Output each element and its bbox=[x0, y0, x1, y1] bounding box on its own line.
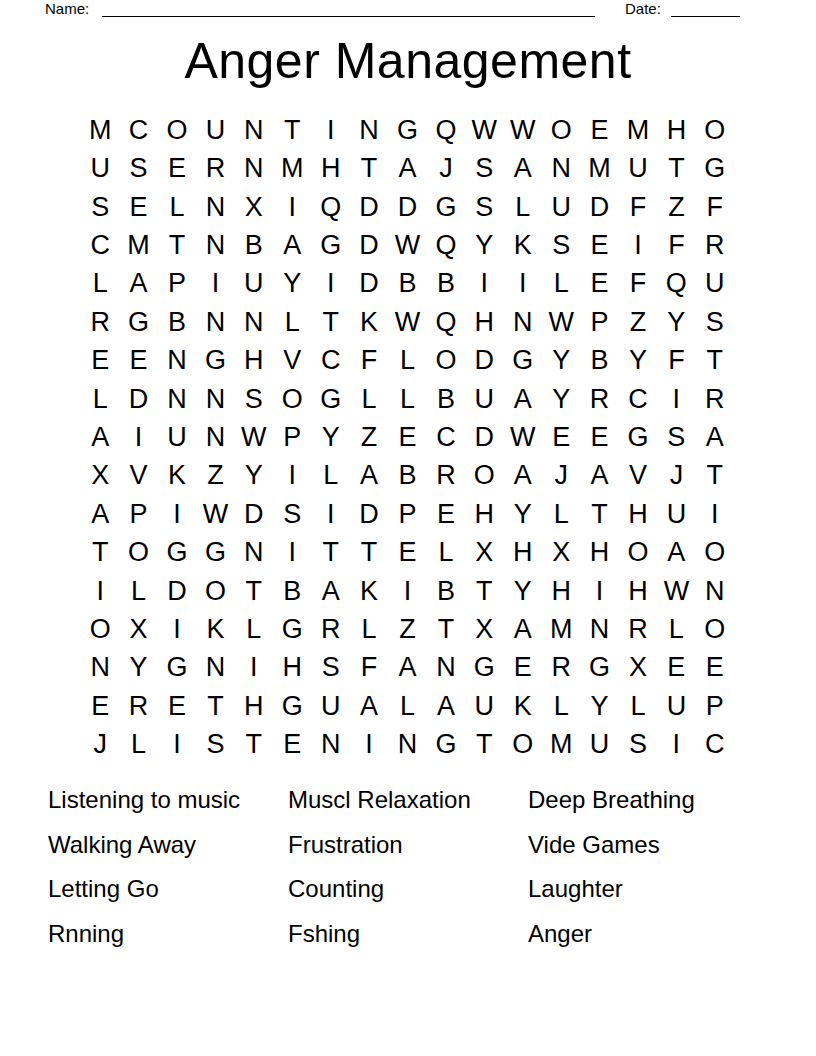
grid-cell-r3c4[interactable]: N bbox=[196, 188, 234, 226]
grid-cell-r5c16[interactable]: Q bbox=[657, 265, 695, 303]
grid-cell-r8c16[interactable]: I bbox=[657, 380, 695, 418]
grid-cell-r13c12[interactable]: Y bbox=[504, 572, 542, 610]
grid-cell-r11c13[interactable]: L bbox=[542, 495, 580, 533]
grid-cell-r2c9[interactable]: A bbox=[388, 149, 426, 187]
grid-cell-r10c11[interactable]: O bbox=[465, 457, 503, 495]
grid-cell-r14c16[interactable]: L bbox=[657, 610, 695, 648]
grid-cell-r13c6[interactable]: B bbox=[273, 572, 311, 610]
grid-cell-r16c14[interactable]: Y bbox=[580, 687, 618, 725]
grid-cell-r4c7[interactable]: G bbox=[311, 226, 349, 264]
grid-cell-r3c7[interactable]: Q bbox=[311, 188, 349, 226]
grid-cell-r12c12[interactable]: H bbox=[504, 534, 542, 572]
grid-cell-r13c11[interactable]: T bbox=[465, 572, 503, 610]
grid-cell-r16c15[interactable]: L bbox=[619, 687, 657, 725]
grid-cell-r6c5[interactable]: N bbox=[235, 303, 273, 341]
grid-cell-r15c7[interactable]: S bbox=[311, 649, 349, 687]
grid-cell-r4c17[interactable]: R bbox=[696, 226, 734, 264]
grid-cell-r9c5[interactable]: W bbox=[235, 418, 273, 456]
grid-cell-r5c12[interactable]: I bbox=[504, 265, 542, 303]
grid-cell-r12c6[interactable]: I bbox=[273, 534, 311, 572]
grid-cell-r1c2[interactable]: C bbox=[119, 111, 157, 149]
grid-cell-r2c7[interactable]: H bbox=[311, 149, 349, 187]
grid-cell-r12c13[interactable]: X bbox=[542, 534, 580, 572]
grid-cell-r14c9[interactable]: Z bbox=[388, 610, 426, 648]
grid-cell-r7c1[interactable]: E bbox=[81, 341, 119, 379]
grid-cell-r14c7[interactable]: R bbox=[311, 610, 349, 648]
grid-cell-r11c12[interactable]: Y bbox=[504, 495, 542, 533]
grid-cell-r11c1[interactable]: A bbox=[81, 495, 119, 533]
grid-cell-r5c13[interactable]: L bbox=[542, 265, 580, 303]
grid-cell-r11c3[interactable]: I bbox=[158, 495, 196, 533]
grid-cell-r2c13[interactable]: N bbox=[542, 149, 580, 187]
grid-cell-r15c9[interactable]: A bbox=[388, 649, 426, 687]
grid-cell-r10c9[interactable]: B bbox=[388, 457, 426, 495]
grid-cell-r5c9[interactable]: B bbox=[388, 265, 426, 303]
grid-cell-r17c8[interactable]: I bbox=[350, 726, 388, 764]
grid-cell-r1c6[interactable]: T bbox=[273, 111, 311, 149]
page-title: Anger Management bbox=[0, 32, 816, 90]
grid-cell-r11c2[interactable]: P bbox=[119, 495, 157, 533]
word-list-item: Vide Games bbox=[528, 823, 768, 868]
grid-cell-r14c2[interactable]: X bbox=[119, 610, 157, 648]
grid-cell-r14c1[interactable]: O bbox=[81, 610, 119, 648]
grid-cell-r10c12[interactable]: A bbox=[504, 457, 542, 495]
grid-cell-r4c1[interactable]: C bbox=[81, 226, 119, 264]
grid-cell-r4c2[interactable]: M bbox=[119, 226, 157, 264]
grid-cell-r13c4[interactable]: O bbox=[196, 572, 234, 610]
grid-cell-r8c9[interactable]: L bbox=[388, 380, 426, 418]
grid-cell-r6c3[interactable]: B bbox=[158, 303, 196, 341]
grid-cell-r10c16[interactable]: J bbox=[657, 457, 695, 495]
grid-cell-r9c3[interactable]: U bbox=[158, 418, 196, 456]
grid-cell-r10c1[interactable]: X bbox=[81, 457, 119, 495]
grid-cell-r2c17[interactable]: G bbox=[696, 149, 734, 187]
grid-cell-r17c5[interactable]: T bbox=[235, 726, 273, 764]
grid-cell-r3c17[interactable]: F bbox=[696, 188, 734, 226]
grid-cell-r5c11[interactable]: I bbox=[465, 265, 503, 303]
grid-cell-r10c5[interactable]: Y bbox=[235, 457, 273, 495]
grid-cell-r9c9[interactable]: E bbox=[388, 418, 426, 456]
date-label: Date: bbox=[625, 1, 661, 17]
grid-cell-r9c7[interactable]: Y bbox=[311, 418, 349, 456]
grid-cell-r15c6[interactable]: H bbox=[273, 649, 311, 687]
grid-cell-r17c15[interactable]: S bbox=[619, 726, 657, 764]
grid-cell-r6c9[interactable]: W bbox=[388, 303, 426, 341]
grid-cell-r2c3[interactable]: E bbox=[158, 149, 196, 187]
grid-cell-r9c17[interactable]: A bbox=[696, 418, 734, 456]
grid-cell-r13c1[interactable]: I bbox=[81, 572, 119, 610]
grid-cell-r5c10[interactable]: B bbox=[427, 265, 465, 303]
grid-cell-r7c3[interactable]: N bbox=[158, 341, 196, 379]
grid-cell-r7c5[interactable]: H bbox=[235, 341, 273, 379]
word-list-item: Anger bbox=[528, 912, 768, 957]
grid-cell-r14c13[interactable]: M bbox=[542, 610, 580, 648]
grid-cell-r11c4[interactable]: W bbox=[196, 495, 234, 533]
grid-cell-r1c4[interactable]: U bbox=[196, 111, 234, 149]
grid-cell-r17c4[interactable]: S bbox=[196, 726, 234, 764]
grid-cell-r4c14[interactable]: E bbox=[580, 226, 618, 264]
grid-cell-r6c16[interactable]: Y bbox=[657, 303, 695, 341]
grid-cell-r2c5[interactable]: N bbox=[235, 149, 273, 187]
grid-cell-r2c16[interactable]: T bbox=[657, 149, 695, 187]
grid-cell-r2c11[interactable]: S bbox=[465, 149, 503, 187]
grid-cell-r6c4[interactable]: N bbox=[196, 303, 234, 341]
grid-cell-r17c6[interactable]: E bbox=[273, 726, 311, 764]
grid-cell-r8c6[interactable]: O bbox=[273, 380, 311, 418]
grid-cell-r17c7[interactable]: N bbox=[311, 726, 349, 764]
grid-cell-r7c16[interactable]: F bbox=[657, 341, 695, 379]
word-list-item: Frustration bbox=[288, 823, 528, 868]
grid-cell-r12c16[interactable]: A bbox=[657, 534, 695, 572]
grid-cell-r15c10[interactable]: N bbox=[427, 649, 465, 687]
grid-cell-r10c8[interactable]: A bbox=[350, 457, 388, 495]
grid-cell-r12c2[interactable]: O bbox=[119, 534, 157, 572]
grid-cell-r15c12[interactable]: E bbox=[504, 649, 542, 687]
grid-cell-r8c17[interactable]: R bbox=[696, 380, 734, 418]
grid-cell-r13c7[interactable]: A bbox=[311, 572, 349, 610]
grid-cell-r2c1[interactable]: U bbox=[81, 149, 119, 187]
grid-cell-r9c16[interactable]: S bbox=[657, 418, 695, 456]
grid-cell-r3c10[interactable]: G bbox=[427, 188, 465, 226]
grid-cell-r9c14[interactable]: E bbox=[580, 418, 618, 456]
grid-cell-r1c7[interactable]: I bbox=[311, 111, 349, 149]
grid-cell-r4c5[interactable]: B bbox=[235, 226, 273, 264]
grid-cell-r7c10[interactable]: O bbox=[427, 341, 465, 379]
grid-cell-r11c10[interactable]: E bbox=[427, 495, 465, 533]
grid-cell-r2c14[interactable]: M bbox=[580, 149, 618, 187]
grid-cell-r7c13[interactable]: Y bbox=[542, 341, 580, 379]
grid-cell-r3c2[interactable]: E bbox=[119, 188, 157, 226]
grid-cell-r11c16[interactable]: U bbox=[657, 495, 695, 533]
grid-cell-r12c9[interactable]: E bbox=[388, 534, 426, 572]
grid-cell-r8c13[interactable]: Y bbox=[542, 380, 580, 418]
grid-cell-r4c15[interactable]: I bbox=[619, 226, 657, 264]
grid-cell-r11c11[interactable]: H bbox=[465, 495, 503, 533]
grid-cell-r9c8[interactable]: Z bbox=[350, 418, 388, 456]
grid-cell-r10c4[interactable]: Z bbox=[196, 457, 234, 495]
grid-cell-r8c10[interactable]: B bbox=[427, 380, 465, 418]
grid-cell-r3c13[interactable]: U bbox=[542, 188, 580, 226]
grid-cell-r5c17[interactable]: U bbox=[696, 265, 734, 303]
grid-cell-r4c3[interactable]: T bbox=[158, 226, 196, 264]
grid-cell-r7c9[interactable]: L bbox=[388, 341, 426, 379]
grid-cell-r9c12[interactable]: W bbox=[504, 418, 542, 456]
grid-cell-r5c5[interactable]: U bbox=[235, 265, 273, 303]
grid-cell-r8c8[interactable]: L bbox=[350, 380, 388, 418]
grid-cell-r16c8[interactable]: A bbox=[350, 687, 388, 725]
grid-cell-r1c13[interactable]: O bbox=[542, 111, 580, 149]
grid-cell-r13c2[interactable]: L bbox=[119, 572, 157, 610]
grid-cell-r4c12[interactable]: K bbox=[504, 226, 542, 264]
grid-cell-r8c15[interactable]: C bbox=[619, 380, 657, 418]
grid-cell-r4c11[interactable]: Y bbox=[465, 226, 503, 264]
word-list-item: Fshing bbox=[288, 912, 528, 957]
grid-cell-r7c7[interactable]: C bbox=[311, 341, 349, 379]
grid-cell-r1c14[interactable]: E bbox=[580, 111, 618, 149]
grid-cell-r1c15[interactable]: M bbox=[619, 111, 657, 149]
grid-cell-r15c1[interactable]: N bbox=[81, 649, 119, 687]
grid-cell-r16c7[interactable]: U bbox=[311, 687, 349, 725]
grid-cell-r5c1[interactable]: L bbox=[81, 265, 119, 303]
grid-cell-r8c7[interactable]: G bbox=[311, 380, 349, 418]
grid-cell-r13c5[interactable]: T bbox=[235, 572, 273, 610]
grid-cell-r17c1[interactable]: J bbox=[81, 726, 119, 764]
grid-cell-r10c15[interactable]: V bbox=[619, 457, 657, 495]
grid-cell-r14c6[interactable]: G bbox=[273, 610, 311, 648]
grid-cell-r4c4[interactable]: N bbox=[196, 226, 234, 264]
grid-cell-r7c4[interactable]: G bbox=[196, 341, 234, 379]
grid-cell-r15c3[interactable]: G bbox=[158, 649, 196, 687]
grid-cell-r7c8[interactable]: F bbox=[350, 341, 388, 379]
grid-cell-r6c17[interactable]: S bbox=[696, 303, 734, 341]
grid-cell-r1c10[interactable]: Q bbox=[427, 111, 465, 149]
grid-cell-r7c6[interactable]: V bbox=[273, 341, 311, 379]
grid-cell-r12c15[interactable]: O bbox=[619, 534, 657, 572]
grid-cell-r9c13[interactable]: E bbox=[542, 418, 580, 456]
grid-cell-r13c15[interactable]: H bbox=[619, 572, 657, 610]
grid-cell-r3c3[interactable]: L bbox=[158, 188, 196, 226]
grid-cell-r2c12[interactable]: A bbox=[504, 149, 542, 187]
grid-cell-r10c14[interactable]: A bbox=[580, 457, 618, 495]
grid-cell-r5c6[interactable]: Y bbox=[273, 265, 311, 303]
grid-cell-r15c17[interactable]: E bbox=[696, 649, 734, 687]
grid-cell-r16c3[interactable]: E bbox=[158, 687, 196, 725]
grid-cell-r12c1[interactable]: T bbox=[81, 534, 119, 572]
grid-cell-r3c8[interactable]: D bbox=[350, 188, 388, 226]
grid-cell-r16c1[interactable]: E bbox=[81, 687, 119, 725]
grid-cell-r9c1[interactable]: A bbox=[81, 418, 119, 456]
grid-cell-r14c3[interactable]: I bbox=[158, 610, 196, 648]
grid-cell-r12c4[interactable]: G bbox=[196, 534, 234, 572]
grid-cell-r6c11[interactable]: H bbox=[465, 303, 503, 341]
grid-cell-r5c2[interactable]: A bbox=[119, 265, 157, 303]
grid-cell-r5c15[interactable]: F bbox=[619, 265, 657, 303]
grid-cell-r6c6[interactable]: L bbox=[273, 303, 311, 341]
grid-cell-r13c17[interactable]: N bbox=[696, 572, 734, 610]
grid-cell-r17c10[interactable]: G bbox=[427, 726, 465, 764]
grid-cell-r12c14[interactable]: H bbox=[580, 534, 618, 572]
grid-cell-r15c14[interactable]: G bbox=[580, 649, 618, 687]
grid-cell-r13c13[interactable]: H bbox=[542, 572, 580, 610]
grid-cell-r15c15[interactable]: X bbox=[619, 649, 657, 687]
grid-cell-r15c11[interactable]: G bbox=[465, 649, 503, 687]
grid-cell-r3c15[interactable]: F bbox=[619, 188, 657, 226]
grid-cell-r16c10[interactable]: A bbox=[427, 687, 465, 725]
grid-cell-r13c3[interactable]: D bbox=[158, 572, 196, 610]
grid-cell-r6c1[interactable]: R bbox=[81, 303, 119, 341]
grid-cell-r16c2[interactable]: R bbox=[119, 687, 157, 725]
grid-cell-r3c1[interactable]: S bbox=[81, 188, 119, 226]
grid-cell-r1c16[interactable]: H bbox=[657, 111, 695, 149]
grid-cell-r9c15[interactable]: G bbox=[619, 418, 657, 456]
grid-cell-r3c14[interactable]: D bbox=[580, 188, 618, 226]
grid-cell-r6c8[interactable]: K bbox=[350, 303, 388, 341]
grid-cell-r10c17[interactable]: T bbox=[696, 457, 734, 495]
grid-cell-r14c10[interactable]: T bbox=[427, 610, 465, 648]
grid-cell-r6c7[interactable]: T bbox=[311, 303, 349, 341]
grid-cell-r14c14[interactable]: N bbox=[580, 610, 618, 648]
grid-cell-r13c14[interactable]: I bbox=[580, 572, 618, 610]
grid-cell-r15c13[interactable]: R bbox=[542, 649, 580, 687]
grid-cell-r17c9[interactable]: N bbox=[388, 726, 426, 764]
grid-cell-r16c16[interactable]: U bbox=[657, 687, 695, 725]
grid-cell-r15c5[interactable]: I bbox=[235, 649, 273, 687]
grid-cell-r9c2[interactable]: I bbox=[119, 418, 157, 456]
grid-cell-r6c14[interactable]: P bbox=[580, 303, 618, 341]
grid-cell-r12c8[interactable]: T bbox=[350, 534, 388, 572]
grid-cell-r8c11[interactable]: U bbox=[465, 380, 503, 418]
grid-cell-r16c6[interactable]: G bbox=[273, 687, 311, 725]
grid-cell-r8c1[interactable]: L bbox=[81, 380, 119, 418]
grid-cell-r6c13[interactable]: W bbox=[542, 303, 580, 341]
grid-cell-r15c16[interactable]: E bbox=[657, 649, 695, 687]
grid-cell-r11c7[interactable]: I bbox=[311, 495, 349, 533]
grid-cell-r15c2[interactable]: Y bbox=[119, 649, 157, 687]
grid-cell-r11c5[interactable]: D bbox=[235, 495, 273, 533]
grid-cell-r17c14[interactable]: U bbox=[580, 726, 618, 764]
grid-cell-r12c11[interactable]: X bbox=[465, 534, 503, 572]
grid-cell-r17c16[interactable]: I bbox=[657, 726, 695, 764]
grid-cell-r10c3[interactable]: K bbox=[158, 457, 196, 495]
grid-cell-r2c6[interactable]: M bbox=[273, 149, 311, 187]
grid-cell-r11c9[interactable]: P bbox=[388, 495, 426, 533]
grid-cell-r16c17[interactable]: P bbox=[696, 687, 734, 725]
grid-cell-r16c11[interactable]: U bbox=[465, 687, 503, 725]
grid-cell-r16c12[interactable]: K bbox=[504, 687, 542, 725]
grid-cell-r9c11[interactable]: D bbox=[465, 418, 503, 456]
grid-cell-r5c7[interactable]: I bbox=[311, 265, 349, 303]
grid-cell-r9c6[interactable]: P bbox=[273, 418, 311, 456]
grid-cell-r5c8[interactable]: D bbox=[350, 265, 388, 303]
grid-cell-r8c4[interactable]: N bbox=[196, 380, 234, 418]
grid-cell-r1c1[interactable]: M bbox=[81, 111, 119, 149]
grid-cell-r9c4[interactable]: N bbox=[196, 418, 234, 456]
grid-cell-r7c11[interactable]: D bbox=[465, 341, 503, 379]
grid-cell-r16c9[interactable]: L bbox=[388, 687, 426, 725]
grid-cell-r17c11[interactable]: T bbox=[465, 726, 503, 764]
grid-cell-r16c4[interactable]: T bbox=[196, 687, 234, 725]
grid-cell-r14c12[interactable]: A bbox=[504, 610, 542, 648]
grid-cell-r8c2[interactable]: D bbox=[119, 380, 157, 418]
grid-cell-r5c14[interactable]: E bbox=[580, 265, 618, 303]
grid-cell-r2c10[interactable]: J bbox=[427, 149, 465, 187]
grid-cell-r13c9[interactable]: I bbox=[388, 572, 426, 610]
grid-cell-r12c5[interactable]: N bbox=[235, 534, 273, 572]
grid-cell-r2c15[interactable]: U bbox=[619, 149, 657, 187]
grid-cell-r13c8[interactable]: K bbox=[350, 572, 388, 610]
grid-cell-r4c8[interactable]: D bbox=[350, 226, 388, 264]
grid-cell-r6c10[interactable]: Q bbox=[427, 303, 465, 341]
grid-cell-r3c16[interactable]: Z bbox=[657, 188, 695, 226]
grid-cell-r11c15[interactable]: H bbox=[619, 495, 657, 533]
grid-cell-r11c6[interactable]: S bbox=[273, 495, 311, 533]
grid-cell-r1c8[interactable]: N bbox=[350, 111, 388, 149]
grid-cell-r3c6[interactable]: I bbox=[273, 188, 311, 226]
grid-cell-r4c16[interactable]: F bbox=[657, 226, 695, 264]
grid-cell-r7c15[interactable]: Y bbox=[619, 341, 657, 379]
grid-cell-r16c5[interactable]: H bbox=[235, 687, 273, 725]
name-blank-line[interactable] bbox=[102, 0, 595, 17]
word-list-item: Letting Go bbox=[48, 867, 288, 912]
grid-cell-r4c13[interactable]: S bbox=[542, 226, 580, 264]
grid-cell-r10c13[interactable]: J bbox=[542, 457, 580, 495]
grid-cell-r4c6[interactable]: A bbox=[273, 226, 311, 264]
grid-cell-r1c5[interactable]: N bbox=[235, 111, 273, 149]
grid-cell-r3c5[interactable]: X bbox=[235, 188, 273, 226]
grid-cell-r15c4[interactable]: N bbox=[196, 649, 234, 687]
grid-cell-r17c3[interactable]: I bbox=[158, 726, 196, 764]
grid-cell-r10c6[interactable]: I bbox=[273, 457, 311, 495]
grid-cell-r1c11[interactable]: W bbox=[465, 111, 503, 149]
word-list-item: Deep Breathing bbox=[528, 778, 768, 823]
grid-cell-r17c13[interactable]: M bbox=[542, 726, 580, 764]
grid-cell-r4c9[interactable]: W bbox=[388, 226, 426, 264]
grid-cell-r16c13[interactable]: L bbox=[542, 687, 580, 725]
grid-cell-r13c10[interactable]: B bbox=[427, 572, 465, 610]
grid-cell-r14c4[interactable]: K bbox=[196, 610, 234, 648]
grid-cell-r7c17[interactable]: T bbox=[696, 341, 734, 379]
grid-cell-r14c17[interactable]: O bbox=[696, 610, 734, 648]
grid-cell-r2c8[interactable]: T bbox=[350, 149, 388, 187]
grid-cell-r1c9[interactable]: G bbox=[388, 111, 426, 149]
grid-cell-r15c8[interactable]: F bbox=[350, 649, 388, 687]
grid-cell-r6c2[interactable]: G bbox=[119, 303, 157, 341]
grid-cell-r5c4[interactable]: I bbox=[196, 265, 234, 303]
grid-cell-r12c7[interactable]: T bbox=[311, 534, 349, 572]
grid-cell-r1c12[interactable]: W bbox=[504, 111, 542, 149]
grid-cell-r10c2[interactable]: V bbox=[119, 457, 157, 495]
word-list-item: Walking Away bbox=[48, 823, 288, 868]
grid-cell-r3c11[interactable]: S bbox=[465, 188, 503, 226]
grid-cell-r10c7[interactable]: L bbox=[311, 457, 349, 495]
grid-cell-r10c10[interactable]: R bbox=[427, 457, 465, 495]
grid-cell-r7c2[interactable]: E bbox=[119, 341, 157, 379]
grid-cell-r6c12[interactable]: N bbox=[504, 303, 542, 341]
grid-cell-r5c3[interactable]: P bbox=[158, 265, 196, 303]
grid-cell-r12c10[interactable]: L bbox=[427, 534, 465, 572]
grid-cell-r6c15[interactable]: Z bbox=[619, 303, 657, 341]
grid-cell-r13c16[interactable]: W bbox=[657, 572, 695, 610]
grid-cell-r1c17[interactable]: O bbox=[696, 111, 734, 149]
grid-cell-r4c10[interactable]: Q bbox=[427, 226, 465, 264]
grid-cell-r11c14[interactable]: T bbox=[580, 495, 618, 533]
grid-cell-r8c3[interactable]: N bbox=[158, 380, 196, 418]
grid-cell-r7c12[interactable]: G bbox=[504, 341, 542, 379]
grid-cell-r8c5[interactable]: S bbox=[235, 380, 273, 418]
grid-cell-r14c15[interactable]: R bbox=[619, 610, 657, 648]
grid-cell-r7c14[interactable]: B bbox=[580, 341, 618, 379]
grid-cell-r14c11[interactable]: X bbox=[465, 610, 503, 648]
grid-cell-r8c14[interactable]: R bbox=[580, 380, 618, 418]
grid-cell-r3c9[interactable]: D bbox=[388, 188, 426, 226]
grid-cell-r17c12[interactable]: O bbox=[504, 726, 542, 764]
grid-cell-r17c17[interactable]: C bbox=[696, 726, 734, 764]
grid-cell-r12c17[interactable]: O bbox=[696, 534, 734, 572]
grid-cell-r2c4[interactable]: R bbox=[196, 149, 234, 187]
grid-cell-r3c12[interactable]: L bbox=[504, 188, 542, 226]
grid-cell-r9c10[interactable]: C bbox=[427, 418, 465, 456]
grid-cell-r14c5[interactable]: L bbox=[235, 610, 273, 648]
date-blank-line[interactable] bbox=[671, 0, 740, 17]
grid-cell-r17c2[interactable]: L bbox=[119, 726, 157, 764]
grid-cell-r14c8[interactable]: L bbox=[350, 610, 388, 648]
grid-cell-r12c3[interactable]: G bbox=[158, 534, 196, 572]
grid-cell-r2c2[interactable]: S bbox=[119, 149, 157, 187]
grid-cell-r1c3[interactable]: O bbox=[158, 111, 196, 149]
grid-cell-r8c12[interactable]: A bbox=[504, 380, 542, 418]
grid-cell-r11c8[interactable]: D bbox=[350, 495, 388, 533]
grid-cell-r11c17[interactable]: I bbox=[696, 495, 734, 533]
